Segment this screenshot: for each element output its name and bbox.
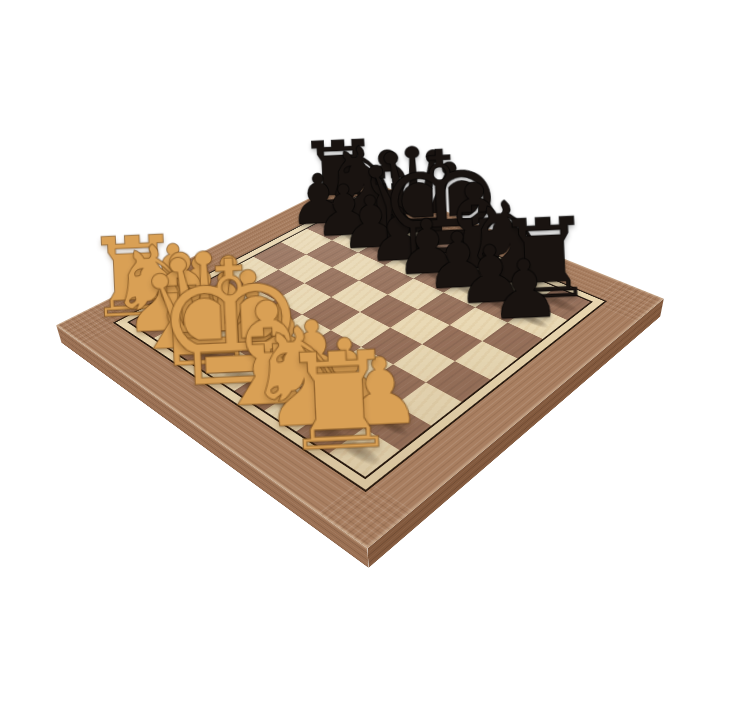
black-pawn-glyph: ♟: [419, 244, 630, 334]
white-rook-glyph: ♜: [213, 330, 466, 474]
pieces-layer: ♜♞♝♛♚♝♞♜♟♟♟♟♟♟♟♟♟♟♟♟♟♟♟♟♜♞♝♛♚♝♞♜: [56, 175, 664, 549]
scene: ♜♞♝♛♚♝♞♜♟♟♟♟♟♟♟♟♟♟♟♟♟♟♟♟♜♞♝♛♚♝♞♜: [0, 0, 740, 725]
chessboard: ♜♞♝♛♚♝♞♜♟♟♟♟♟♟♟♟♟♟♟♟♟♟♟♟♜♞♝♛♚♝♞♜: [56, 175, 664, 549]
chess-set-photo: ♜♞♝♛♚♝♞♜♟♟♟♟♟♟♟♟♟♟♟♟♟♟♟♟♜♞♝♛♚♝♞♜: [0, 0, 740, 725]
